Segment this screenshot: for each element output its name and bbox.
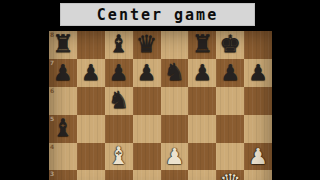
square-g4[interactable] [216, 143, 244, 171]
rank-coordinate-3: 3 [50, 170, 54, 177]
white-pawn[interactable]: ♟ [165, 143, 185, 171]
square-b4[interactable] [77, 143, 105, 171]
white-bishop[interactable]: ♝ [108, 143, 130, 171]
title-banner: Center game [60, 3, 255, 26]
white-pawn[interactable]: ♟ [248, 143, 268, 171]
white-queen[interactable]: ♛ [220, 170, 242, 180]
square-b6[interactable] [77, 87, 105, 115]
square-c7[interactable]: ♟ [105, 59, 133, 87]
square-h4[interactable]: ♟ [244, 143, 272, 171]
square-g6[interactable] [216, 87, 244, 115]
square-g5[interactable] [216, 115, 244, 143]
black-knight[interactable]: ♞ [108, 87, 130, 115]
square-c8[interactable]: ♝ [105, 31, 133, 59]
square-a6[interactable]: 6 [49, 87, 77, 115]
square-h6[interactable] [244, 87, 272, 115]
black-pawn[interactable]: ♟ [81, 59, 101, 87]
square-d8[interactable]: ♛ [133, 31, 161, 59]
black-pawn[interactable]: ♟ [137, 59, 157, 87]
black-pawn[interactable]: ♟ [220, 59, 240, 87]
rank-coordinate-6: 6 [50, 87, 54, 94]
square-e4[interactable]: ♟ [161, 143, 189, 171]
square-c5[interactable] [105, 115, 133, 143]
black-knight[interactable]: ♞ [164, 59, 186, 87]
square-a5[interactable]: 5♝ [49, 115, 77, 143]
black-queen[interactable]: ♛ [136, 31, 158, 59]
square-a3[interactable]: 3 [49, 170, 77, 180]
square-d7[interactable]: ♟ [133, 59, 161, 87]
square-f6[interactable] [188, 87, 216, 115]
square-e6[interactable] [161, 87, 189, 115]
square-c3[interactable] [105, 170, 133, 180]
square-c4[interactable]: ♝ [105, 143, 133, 171]
black-pawn[interactable]: ♟ [248, 59, 268, 87]
square-d4[interactable] [133, 143, 161, 171]
square-d3[interactable] [133, 170, 161, 180]
square-b7[interactable]: ♟ [77, 59, 105, 87]
square-a7[interactable]: 7♟ [49, 59, 77, 87]
black-king[interactable]: ♚ [220, 31, 242, 59]
square-f8[interactable]: ♜ [188, 31, 216, 59]
square-f4[interactable] [188, 143, 216, 171]
square-b5[interactable] [77, 115, 105, 143]
black-pawn[interactable]: ♟ [109, 59, 129, 87]
chess-board: 8♜♝♛♜♚7♟♟♟♟♞♟♟♟6♞5♝4♝♟♟3♛ [49, 31, 272, 180]
square-e7[interactable]: ♞ [161, 59, 189, 87]
square-h8[interactable] [244, 31, 272, 59]
page-title: Center game [97, 6, 218, 24]
black-bishop[interactable]: ♝ [108, 31, 130, 59]
black-pawn[interactable]: ♟ [193, 59, 213, 87]
square-a8[interactable]: 8♜ [49, 31, 77, 59]
square-e5[interactable] [161, 115, 189, 143]
black-rook[interactable]: ♜ [52, 31, 74, 59]
square-c6[interactable]: ♞ [105, 87, 133, 115]
square-g7[interactable]: ♟ [216, 59, 244, 87]
square-b8[interactable] [77, 31, 105, 59]
square-d6[interactable] [133, 87, 161, 115]
square-h3[interactable] [244, 170, 272, 180]
square-b3[interactable] [77, 170, 105, 180]
square-e3[interactable] [161, 170, 189, 180]
black-bishop[interactable]: ♝ [52, 115, 74, 143]
square-g3[interactable]: ♛ [216, 170, 244, 180]
black-pawn[interactable]: ♟ [53, 59, 73, 87]
square-d5[interactable] [133, 115, 161, 143]
square-h5[interactable] [244, 115, 272, 143]
square-f5[interactable] [188, 115, 216, 143]
square-f3[interactable] [188, 170, 216, 180]
rank-coordinate-4: 4 [50, 143, 54, 150]
square-a4[interactable]: 4 [49, 143, 77, 171]
square-h7[interactable]: ♟ [244, 59, 272, 87]
square-e8[interactable] [161, 31, 189, 59]
square-g8[interactable]: ♚ [216, 31, 244, 59]
black-rook[interactable]: ♜ [192, 31, 214, 59]
square-f7[interactable]: ♟ [188, 59, 216, 87]
